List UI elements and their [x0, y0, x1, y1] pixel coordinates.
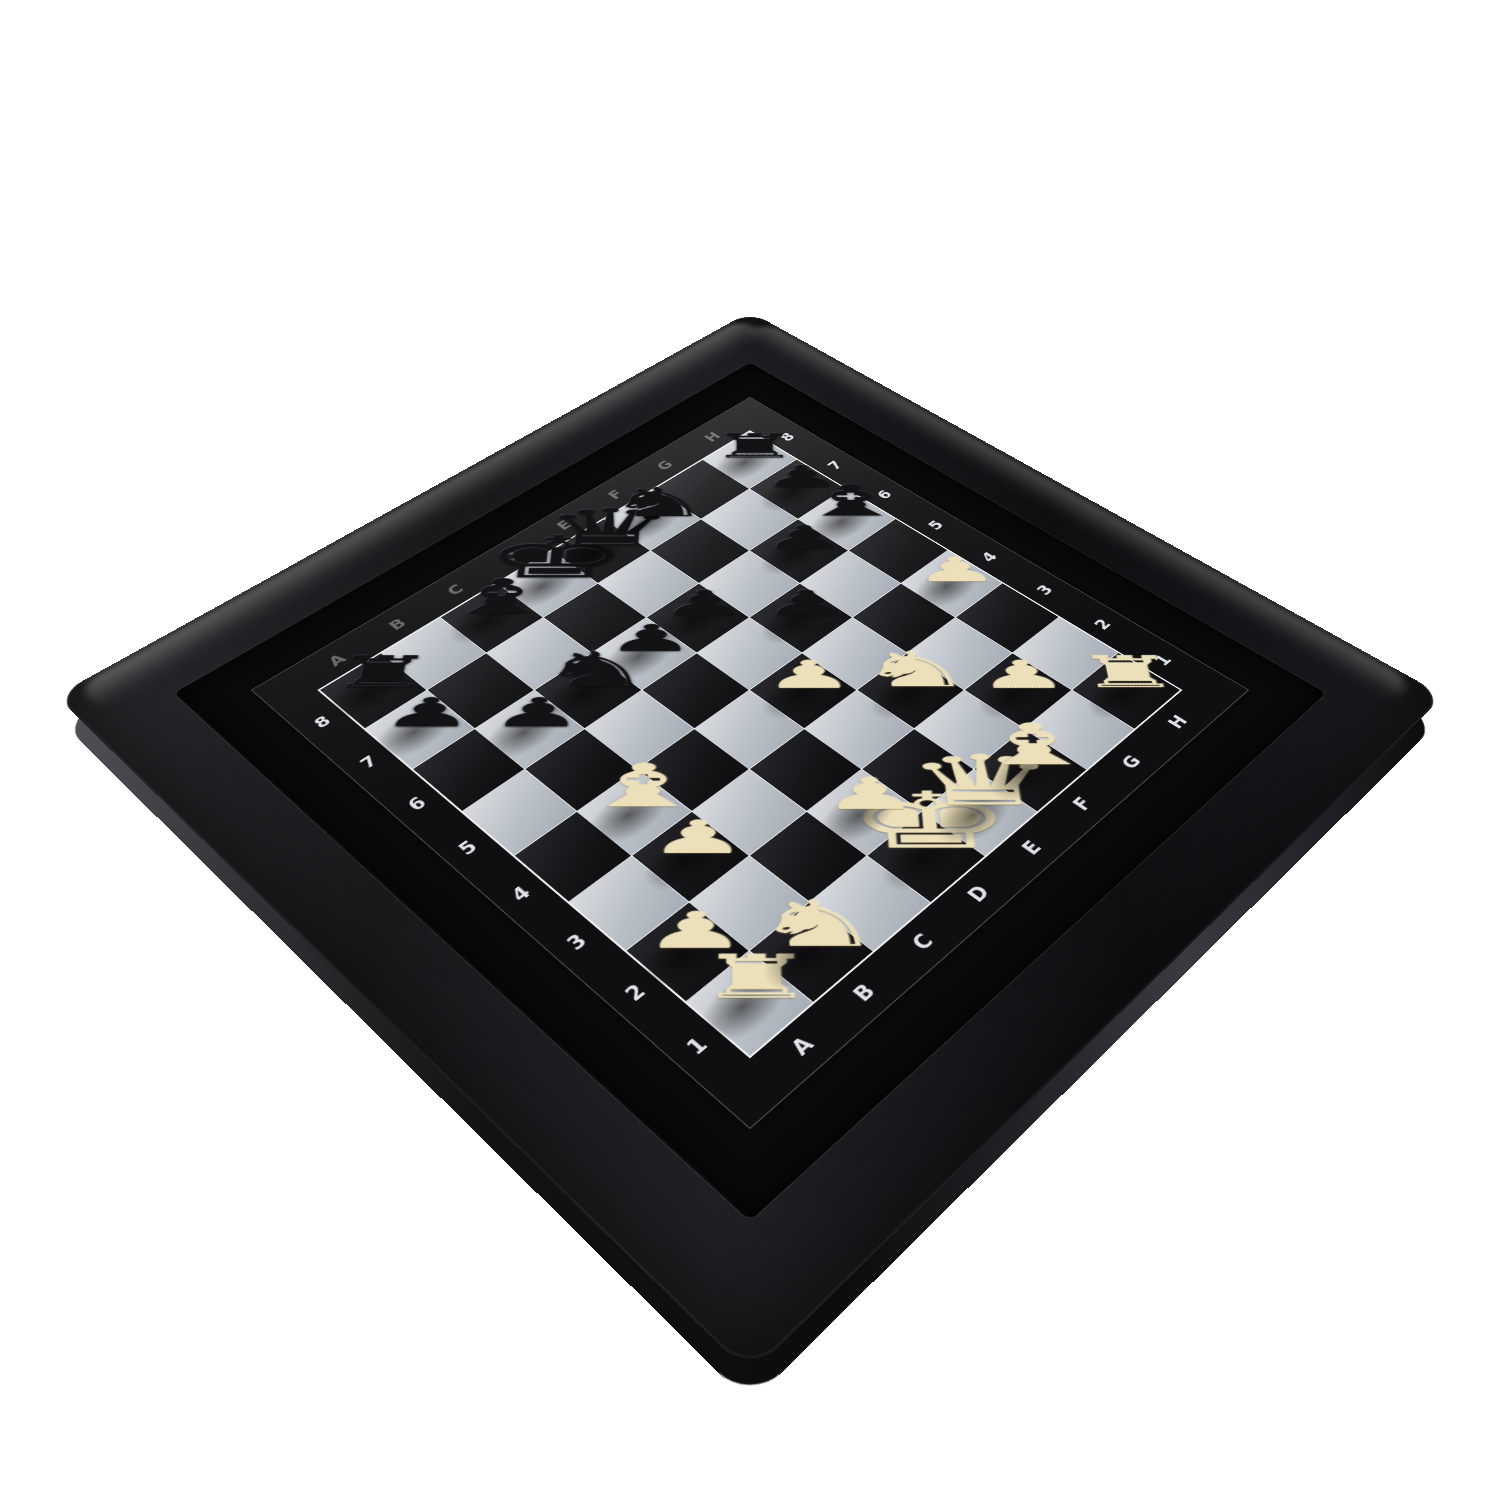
rank-label-left-5: 5 — [424, 815, 512, 880]
black-rook-glyph: ♜ — [677, 430, 834, 463]
black-rook-glyph: ♜ — [288, 650, 475, 694]
black-knight-glyph: ♞ — [504, 645, 686, 694]
white-pawn-glyph: ♟ — [870, 553, 1042, 587]
rank-label-left-1: 1 — [650, 1007, 744, 1086]
black-pawn-glyph: ♟ — [722, 521, 888, 554]
black-bishop-glyph: ♝ — [770, 480, 933, 523]
white-pawn-glyph: ♟ — [719, 656, 899, 694]
rank-label-left-3: 3 — [531, 906, 622, 978]
black-bishop-glyph: ♝ — [411, 573, 589, 621]
rank-label-left-2: 2 — [589, 955, 682, 1030]
rank-label-left-6: 6 — [374, 773, 461, 835]
chess-set-photo: 11AA22BB33CC44DD55EE66FF77GG88HH♜♞♚♛♝♜♟♟… — [0, 0, 1500, 1500]
rank-label-left-7: 7 — [326, 732, 412, 791]
